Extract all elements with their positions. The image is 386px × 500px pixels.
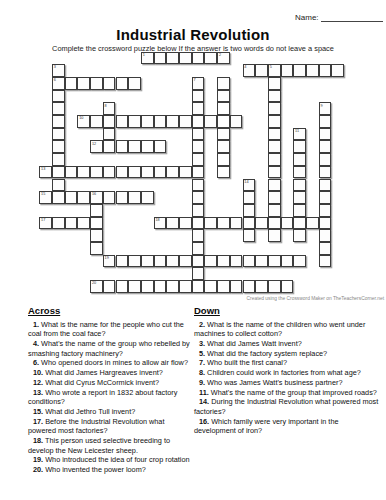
grid-cell[interactable] (281, 255, 294, 268)
clue-item: 5. What did the factory system replace? (194, 349, 380, 359)
grid-cell[interactable] (319, 255, 332, 268)
grid-cell[interactable] (65, 166, 78, 179)
clue-item-number: 8. (199, 368, 205, 377)
grid-cell[interactable] (255, 280, 268, 293)
clue-item: 12. What did Cyrus McCormick invent? (28, 378, 192, 388)
grid-cell[interactable] (230, 280, 243, 293)
grid-cell[interactable] (319, 115, 332, 128)
grid-cell[interactable] (319, 128, 332, 141)
grid-cell[interactable]: 11 (293, 128, 306, 141)
clue-item-number: 12. (33, 378, 43, 387)
grid-cell[interactable] (52, 140, 65, 153)
clue-item-number: 20. (33, 465, 43, 474)
grid-cell[interactable] (103, 166, 116, 179)
grid-cell[interactable]: 1 (141, 52, 154, 65)
grid-cell[interactable] (192, 217, 205, 230)
clue-number: 17 (41, 218, 45, 222)
grid-cell[interactable] (166, 217, 179, 230)
grid-cell[interactable] (141, 255, 154, 268)
grid-cell[interactable] (77, 191, 90, 204)
grid-cell[interactable] (268, 179, 281, 192)
grid-cell[interactable] (319, 153, 332, 166)
clue-item-number: 18. (33, 436, 43, 445)
grid-cell[interactable] (217, 140, 230, 153)
clue-item: 9. Who was James Watt's business partner… (194, 378, 380, 388)
clue-item: 2. What is the name of the children who … (194, 320, 380, 339)
grid-cell[interactable] (128, 166, 141, 179)
clue-item: 19. Who introduced the idea of four crop… (28, 455, 192, 465)
grid-cell[interactable] (65, 77, 78, 90)
grid-cell[interactable] (268, 255, 281, 268)
grid-cell[interactable] (166, 52, 179, 65)
grid-cell[interactable] (128, 191, 141, 204)
clue-item: 20. Who invented the power loom? (28, 465, 192, 475)
down-list: 2. What is the name of the children who … (194, 320, 380, 436)
grid-cell[interactable] (90, 115, 103, 128)
grid-cell[interactable] (293, 217, 306, 230)
down-clues: Down 2. What is the name of the children… (194, 305, 380, 436)
grid-cell[interactable] (65, 217, 78, 230)
grid-cell[interactable] (179, 217, 192, 230)
grid-cell[interactable] (319, 229, 332, 242)
grid-cell[interactable] (243, 229, 256, 242)
grid-cell[interactable] (204, 115, 217, 128)
clue-number: 12 (92, 142, 96, 146)
grid-cell[interactable] (52, 102, 65, 115)
grid-cell[interactable] (268, 77, 281, 90)
grid-cell[interactable] (293, 140, 306, 153)
grid-cell[interactable] (116, 140, 129, 153)
grid-cell[interactable] (204, 280, 217, 293)
grid-cell[interactable] (128, 255, 141, 268)
grid-cell[interactable]: 17 (39, 217, 52, 230)
grid-cell[interactable] (319, 217, 332, 230)
grid-cell[interactable] (293, 179, 306, 192)
grid-cell[interactable] (281, 64, 294, 77)
clue-item: 8. Children could work in factories from… (194, 368, 380, 378)
clue-number: 11 (295, 129, 299, 133)
across-clues: Across 1. What is the name for the peopl… (28, 305, 192, 475)
grid-cell[interactable] (141, 280, 154, 293)
grid-cell[interactable] (116, 255, 129, 268)
grid-cell[interactable] (128, 115, 141, 128)
grid-cell[interactable] (192, 90, 205, 103)
grid-cell[interactable] (243, 191, 256, 204)
grid-cell[interactable] (116, 77, 129, 90)
grid-cell[interactable] (52, 115, 65, 128)
clue-item-number: 13. (33, 388, 43, 397)
grid-cell[interactable] (319, 64, 332, 77)
grid-cell[interactable] (77, 166, 90, 179)
grid-cell[interactable] (293, 166, 306, 179)
clue-number: 13 (41, 167, 45, 171)
clue-item: 7. Who built the first canal? (194, 358, 380, 368)
grid-cell[interactable] (192, 179, 205, 192)
clue-number: 18 (155, 218, 159, 222)
grid-cell[interactable] (52, 153, 65, 166)
grid-cell[interactable] (154, 115, 167, 128)
grid-cell[interactable] (268, 102, 281, 115)
clue-number: 5 (270, 65, 272, 69)
grid-cell[interactable] (230, 115, 243, 128)
across-list: 1. What is the name for the people who c… (28, 320, 192, 475)
grid-cell[interactable]: 4 (243, 64, 256, 77)
grid-cell[interactable] (268, 128, 281, 141)
down-heading: Down (194, 305, 380, 318)
grid-cell[interactable] (319, 191, 332, 204)
grid-cell[interactable] (255, 217, 268, 230)
clue-number: 14 (244, 180, 248, 184)
grid-cell[interactable]: 10 (77, 115, 90, 128)
grid-cell[interactable] (319, 204, 332, 217)
grid-cell[interactable] (268, 90, 281, 103)
worksheet-page: Name: Industrial Revolution Complete the… (0, 0, 386, 500)
grid-cell[interactable] (319, 179, 332, 192)
grid-cell[interactable]: 8 (103, 102, 116, 115)
grid-cell[interactable] (243, 255, 256, 268)
grid-cell[interactable] (230, 255, 243, 268)
grid-cell[interactable] (293, 191, 306, 204)
grid-cell[interactable] (217, 102, 230, 115)
clue-item: 15. What did Jethro Tull invent? (28, 407, 192, 417)
grid-cell[interactable]: 14 (243, 179, 256, 192)
clue-number: 10 (79, 116, 83, 120)
grid-cell[interactable] (268, 153, 281, 166)
clue-number: 15 (41, 192, 45, 196)
clue-number: 8 (105, 104, 107, 108)
clue-item: 1. What is the name for the people who c… (28, 320, 192, 339)
grid-cell[interactable]: 5 (268, 64, 281, 77)
clue-item: 14. During the Industrial Revolution wha… (194, 397, 380, 416)
grid-cell[interactable] (116, 115, 129, 128)
grid-cell[interactable] (192, 153, 205, 166)
grid-cell[interactable] (116, 280, 129, 293)
grid-cell[interactable] (90, 204, 103, 217)
grid-cell[interactable] (217, 90, 230, 103)
grid-cell[interactable]: 20 (90, 280, 103, 293)
grid-cell[interactable] (268, 191, 281, 204)
grid-cell[interactable] (243, 217, 256, 230)
clue-item: 18. This person used selective breeding … (28, 436, 192, 455)
clue-item: 17. Before the Industrial Revolution wha… (28, 417, 192, 436)
grid-cell[interactable] (204, 255, 217, 268)
grid-cell[interactable] (179, 255, 192, 268)
grid-cell[interactable] (192, 115, 205, 128)
clue-number: 16 (92, 192, 96, 196)
grid-cell[interactable] (179, 280, 192, 293)
grid-cell[interactable] (192, 140, 205, 153)
grid-cell[interactable] (192, 229, 205, 242)
grid-cell[interactable]: 2 (217, 52, 230, 65)
clue-item-number: 14. (199, 397, 209, 406)
grid-cell[interactable] (103, 115, 116, 128)
clue-item-number: 19. (33, 455, 43, 464)
grid-cell[interactable] (268, 217, 281, 230)
clue-number: 2 (219, 53, 221, 57)
grid-cell[interactable] (331, 64, 344, 77)
grid-cell[interactable]: 6 (52, 77, 65, 90)
grid-cell[interactable] (90, 229, 103, 242)
clue-item: 13. Who wrote a report in 1832 about fac… (28, 388, 192, 407)
grid-cell[interactable] (319, 166, 332, 179)
grid-cell[interactable] (293, 255, 306, 268)
grid-cell[interactable] (116, 166, 129, 179)
grid-cell[interactable] (319, 140, 332, 153)
clue-number: 4 (244, 65, 246, 69)
grid-cell[interactable] (268, 204, 281, 217)
grid-cell[interactable] (293, 204, 306, 217)
grid-cell[interactable] (166, 255, 179, 268)
grid-cell[interactable] (217, 255, 230, 268)
clue-item: 6. Who opened doors in mines to allow ai… (28, 358, 192, 368)
grid-cell[interactable] (268, 140, 281, 153)
grid-cell[interactable] (268, 166, 281, 179)
grid-cell[interactable]: 9 (319, 102, 332, 115)
grid-cell[interactable]: 13 (39, 166, 52, 179)
grid-cell[interactable] (192, 204, 205, 217)
grid-cell[interactable] (141, 140, 154, 153)
grid-cell[interactable] (52, 191, 65, 204)
grid-cell[interactable] (90, 217, 103, 230)
across-heading: Across (28, 305, 192, 318)
grid-cell[interactable] (116, 191, 129, 204)
grid-cell[interactable] (103, 140, 116, 153)
grid-cell[interactable] (192, 267, 205, 280)
grid-cell[interactable] (52, 217, 65, 230)
grid-cell[interactable] (281, 280, 294, 293)
grid-cell[interactable] (141, 191, 154, 204)
clue-number: 7 (193, 78, 195, 82)
grid-cell[interactable] (192, 102, 205, 115)
clue-item-number: 6. (33, 358, 39, 367)
grid-cell[interactable] (217, 280, 230, 293)
grid-cell[interactable] (192, 191, 205, 204)
grid-cell[interactable] (65, 191, 78, 204)
grid-cell[interactable] (179, 166, 192, 179)
grid-cell[interactable] (77, 217, 90, 230)
grid-cell[interactable] (128, 140, 141, 153)
grid-cell[interactable] (103, 280, 116, 293)
grid-cell[interactable] (103, 77, 116, 90)
grid-cell[interactable] (52, 90, 65, 103)
grid-cell[interactable] (192, 128, 205, 141)
clue-number: 1 (143, 53, 145, 57)
grid-cell[interactable] (217, 153, 230, 166)
grid-cell[interactable] (255, 64, 268, 77)
clue-item-number: 3. (199, 339, 205, 348)
grid-cell[interactable] (103, 191, 116, 204)
grid-cell[interactable] (268, 280, 281, 293)
grid-cell[interactable]: 7 (192, 77, 205, 90)
grid-cell[interactable] (306, 217, 319, 230)
grid-cell[interactable] (154, 52, 167, 65)
grid-cell[interactable] (255, 255, 268, 268)
clue-item: 4. What's the name of the group who rebe… (28, 339, 192, 358)
grid-cell[interactable]: 18 (154, 217, 167, 230)
grid-cell[interactable] (154, 140, 167, 153)
grid-cell[interactable] (154, 280, 167, 293)
grid-cell[interactable] (217, 77, 230, 90)
grid-cell[interactable] (128, 77, 141, 90)
grid-cell[interactable] (243, 204, 256, 217)
grid-cell[interactable] (154, 255, 167, 268)
grid-cell[interactable]: 3 (52, 64, 65, 77)
clue-number: 19 (105, 256, 109, 260)
grid-cell[interactable] (268, 115, 281, 128)
grid-cell[interactable] (192, 255, 205, 268)
grid-cell[interactable] (217, 217, 230, 230)
grid-cell[interactable] (77, 77, 90, 90)
grid-cell[interactable] (217, 166, 230, 179)
clue-item-number: 4. (33, 339, 39, 348)
grid-cell[interactable] (281, 217, 294, 230)
grid-cell[interactable]: 15 (39, 191, 52, 204)
grid-cell[interactable] (179, 115, 192, 128)
clue-item-number: 11. (199, 388, 209, 397)
grid-cell[interactable]: 16 (90, 191, 103, 204)
grid-cell[interactable] (319, 242, 332, 255)
grid-cell[interactable] (192, 280, 205, 293)
grid-cell[interactable] (217, 115, 230, 128)
grid-cell[interactable] (293, 229, 306, 242)
clue-number: 20 (92, 281, 96, 285)
grid-cell[interactable] (179, 52, 192, 65)
grid-cell[interactable] (52, 128, 65, 141)
grid-cell[interactable] (103, 128, 116, 141)
clue-item-number: 9. (199, 378, 205, 387)
clue-item: 10. What did James Hargreaves invent? (28, 368, 192, 378)
clue-item-number: 17. (33, 417, 43, 426)
clue-number: 6 (54, 78, 56, 82)
grid-cell[interactable] (192, 242, 205, 255)
grid-cell[interactable] (293, 153, 306, 166)
clue-item-number: 15. (33, 407, 43, 416)
clue-item-number: 5. (199, 349, 205, 358)
clue-item: 3. What did James Watt invent? (194, 339, 380, 349)
grid-cell[interactable]: 12 (90, 140, 103, 153)
grid-cell[interactable] (166, 280, 179, 293)
grid-cell[interactable] (217, 128, 230, 141)
clue-item-number: 1. (33, 320, 39, 329)
clue-item: 16. Which family were very important in … (194, 417, 380, 436)
grid-cell[interactable] (141, 166, 154, 179)
grid-cell[interactable] (192, 52, 205, 65)
clue-item: 11. What's the name of the group that im… (194, 388, 380, 398)
grid-cell[interactable] (243, 280, 256, 293)
grid-cell[interactable] (90, 166, 103, 179)
grid-cell[interactable] (166, 166, 179, 179)
grid-cell[interactable] (293, 64, 306, 77)
clue-number: 9 (320, 104, 322, 108)
grid-cell[interactable] (192, 166, 205, 179)
grid-cell[interactable]: 19 (103, 255, 116, 268)
clue-item-number: 7. (199, 358, 205, 367)
grid-cell[interactable] (128, 280, 141, 293)
grid-cell[interactable] (230, 217, 243, 230)
grid-cell[interactable] (204, 217, 217, 230)
grid-cell[interactable] (166, 115, 179, 128)
grid-cell[interactable] (154, 166, 167, 179)
clue-item-number: 2. (199, 320, 205, 329)
grid-cell[interactable] (141, 115, 154, 128)
clue-item-number: 16. (199, 417, 209, 426)
grid-cell[interactable] (90, 242, 103, 255)
clue-item-number: 10. (33, 368, 43, 377)
credit-text: Created using the Crossword Maker on The… (0, 296, 384, 301)
grid-cell[interactable] (268, 229, 281, 242)
grid-cell[interactable] (90, 77, 103, 90)
grid-cell[interactable] (306, 64, 319, 77)
grid-cell[interactable] (204, 52, 217, 65)
grid-cell[interactable] (52, 166, 65, 179)
clue-number: 3 (54, 65, 56, 69)
grid-cell[interactable] (52, 179, 65, 192)
